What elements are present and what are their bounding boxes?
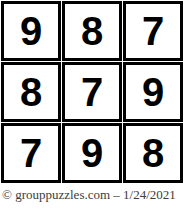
cell-r1c1: 7: [62, 62, 122, 122]
cell-r1c0: 8: [1, 62, 61, 122]
tictac-board: 9 8 7 8 7 9 7 9 8: [0, 0, 184, 184]
cell-r0c1: 8: [62, 1, 122, 61]
cell-r0c2: 7: [123, 1, 183, 61]
cell-r2c2: 8: [123, 123, 183, 183]
copyright-caption: © grouppuzzles.com – 1/24/2021: [2, 187, 186, 203]
cell-r2c1: 9: [62, 123, 122, 183]
cell-r0c0: 9: [1, 1, 61, 61]
cell-r1c2: 9: [123, 62, 183, 122]
cell-r2c0: 7: [1, 123, 61, 183]
puzzle-image: 9 8 7 8 7 9 7 9 8 © grouppuzzles.com – 1…: [0, 0, 186, 208]
